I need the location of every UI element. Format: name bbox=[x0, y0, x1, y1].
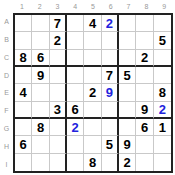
col-label-1: 1 bbox=[13, 0, 31, 13]
row-label-H: H bbox=[0, 137, 13, 155]
cell-B2[interactable] bbox=[32, 32, 49, 49]
cell-E9[interactable]: 8 bbox=[154, 84, 171, 101]
cell-H6[interactable]: 5 bbox=[102, 136, 119, 153]
cell-A4[interactable] bbox=[67, 15, 84, 32]
col-label-2: 2 bbox=[31, 0, 49, 13]
row-label-B: B bbox=[0, 31, 13, 49]
cell-G3[interactable] bbox=[50, 119, 67, 136]
cell-G6[interactable] bbox=[102, 119, 119, 136]
cell-G9[interactable]: 1 bbox=[154, 119, 171, 136]
cell-F2[interactable] bbox=[32, 102, 49, 119]
row-label-D: D bbox=[0, 66, 13, 84]
sudoku-app: 123456789 ABCDEFGHI 74225862975429836928… bbox=[0, 0, 175, 175]
cell-H3[interactable] bbox=[50, 136, 67, 153]
cell-E7[interactable] bbox=[119, 84, 136, 101]
cell-C8[interactable]: 2 bbox=[136, 50, 153, 67]
cell-B6[interactable] bbox=[102, 32, 119, 49]
cell-F6[interactable] bbox=[102, 102, 119, 119]
row-label-C: C bbox=[0, 49, 13, 67]
row-label-I: I bbox=[0, 155, 13, 173]
cell-D6[interactable]: 7 bbox=[102, 67, 119, 84]
cell-D4[interactable] bbox=[67, 67, 84, 84]
cell-G4[interactable]: 2 bbox=[67, 119, 84, 136]
cell-C1[interactable]: 8 bbox=[15, 50, 32, 67]
cell-E5[interactable]: 2 bbox=[84, 84, 101, 101]
cell-B4[interactable] bbox=[67, 32, 84, 49]
cell-F7[interactable] bbox=[119, 102, 136, 119]
cell-A3[interactable]: 7 bbox=[50, 15, 67, 32]
cell-F3[interactable]: 3 bbox=[50, 102, 67, 119]
cell-D8[interactable] bbox=[136, 67, 153, 84]
cell-F9[interactable]: 2 bbox=[154, 102, 171, 119]
cell-E3[interactable] bbox=[50, 84, 67, 101]
cell-D2[interactable]: 9 bbox=[32, 67, 49, 84]
cell-E6[interactable]: 9 bbox=[102, 84, 119, 101]
cell-D3[interactable] bbox=[50, 67, 67, 84]
cell-H8[interactable] bbox=[136, 136, 153, 153]
row-label-A: A bbox=[0, 13, 13, 31]
cell-C5[interactable] bbox=[84, 50, 101, 67]
cell-A2[interactable] bbox=[32, 15, 49, 32]
cell-F4[interactable]: 6 bbox=[67, 102, 84, 119]
cell-G2[interactable]: 8 bbox=[32, 119, 49, 136]
col-label-9: 9 bbox=[155, 0, 173, 13]
cell-H9[interactable] bbox=[154, 136, 171, 153]
column-labels: 123456789 bbox=[13, 0, 173, 13]
cell-A1[interactable] bbox=[15, 15, 32, 32]
cell-G5[interactable] bbox=[84, 119, 101, 136]
cell-I5[interactable]: 8 bbox=[84, 154, 101, 171]
cell-B1[interactable] bbox=[15, 32, 32, 49]
cell-I3[interactable] bbox=[50, 154, 67, 171]
cell-D5[interactable] bbox=[84, 67, 101, 84]
cell-F5[interactable] bbox=[84, 102, 101, 119]
cell-E1[interactable]: 4 bbox=[15, 84, 32, 101]
cell-A8[interactable] bbox=[136, 15, 153, 32]
cell-H2[interactable] bbox=[32, 136, 49, 153]
cell-C3[interactable] bbox=[50, 50, 67, 67]
cell-D1[interactable] bbox=[15, 67, 32, 84]
cell-A7[interactable] bbox=[119, 15, 136, 32]
cell-A5[interactable]: 4 bbox=[84, 15, 101, 32]
cell-C2[interactable]: 6 bbox=[32, 50, 49, 67]
cell-I9[interactable] bbox=[154, 154, 171, 171]
cell-C9[interactable] bbox=[154, 50, 171, 67]
cell-A9[interactable] bbox=[154, 15, 171, 32]
cell-I8[interactable] bbox=[136, 154, 153, 171]
row-label-G: G bbox=[0, 120, 13, 138]
cell-F8[interactable]: 9 bbox=[136, 102, 153, 119]
row-label-E: E bbox=[0, 84, 13, 102]
cell-E4[interactable] bbox=[67, 84, 84, 101]
cell-I4[interactable] bbox=[67, 154, 84, 171]
cell-G8[interactable]: 6 bbox=[136, 119, 153, 136]
cell-B9[interactable]: 5 bbox=[154, 32, 171, 49]
cell-H1[interactable]: 6 bbox=[15, 136, 32, 153]
cell-H4[interactable] bbox=[67, 136, 84, 153]
sudoku-board: 7422586297542983692826165982 bbox=[13, 13, 173, 173]
cell-D7[interactable]: 5 bbox=[119, 67, 136, 84]
cell-B8[interactable] bbox=[136, 32, 153, 49]
cell-I1[interactable] bbox=[15, 154, 32, 171]
col-label-7: 7 bbox=[120, 0, 138, 13]
cell-G1[interactable] bbox=[15, 119, 32, 136]
col-label-3: 3 bbox=[49, 0, 67, 13]
cell-C4[interactable] bbox=[67, 50, 84, 67]
col-label-8: 8 bbox=[137, 0, 155, 13]
cell-F1[interactable] bbox=[15, 102, 32, 119]
cell-C7[interactable] bbox=[119, 50, 136, 67]
col-label-6: 6 bbox=[102, 0, 120, 13]
cell-E8[interactable] bbox=[136, 84, 153, 101]
col-label-5: 5 bbox=[84, 0, 102, 13]
cell-H5[interactable] bbox=[84, 136, 101, 153]
cell-I6[interactable] bbox=[102, 154, 119, 171]
cell-B5[interactable] bbox=[84, 32, 101, 49]
cell-E2[interactable] bbox=[32, 84, 49, 101]
cell-B7[interactable] bbox=[119, 32, 136, 49]
cell-G7[interactable] bbox=[119, 119, 136, 136]
cell-I7[interactable]: 2 bbox=[119, 154, 136, 171]
cell-I2[interactable] bbox=[32, 154, 49, 171]
cell-D9[interactable] bbox=[154, 67, 171, 84]
row-labels: ABCDEFGHI bbox=[0, 13, 13, 173]
cell-A6[interactable]: 2 bbox=[102, 15, 119, 32]
row-label-F: F bbox=[0, 102, 13, 120]
col-label-4: 4 bbox=[66, 0, 84, 13]
cell-C6[interactable] bbox=[102, 50, 119, 67]
cell-H7[interactable]: 9 bbox=[119, 136, 136, 153]
cell-B3[interactable]: 2 bbox=[50, 32, 67, 49]
